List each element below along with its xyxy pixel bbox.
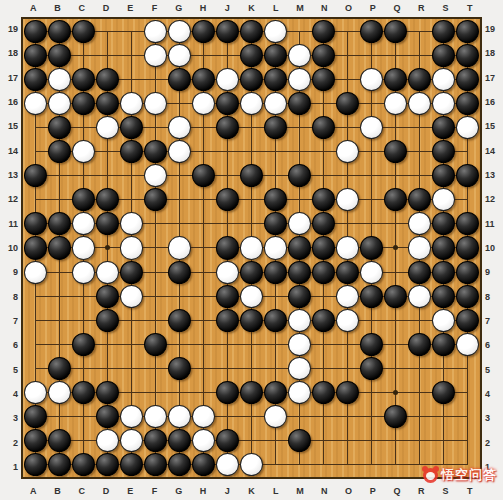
intersection-e3[interactable] — [119, 405, 143, 429]
intersection-l8[interactable] — [264, 284, 288, 308]
intersection-m17[interactable] — [288, 67, 312, 91]
intersection-h10[interactable] — [191, 236, 215, 260]
intersection-j18[interactable] — [215, 43, 239, 67]
intersection-r3[interactable] — [408, 405, 432, 429]
intersection-c6[interactable] — [71, 332, 95, 356]
intersection-h14[interactable] — [191, 140, 215, 164]
intersection-t15[interactable] — [456, 115, 480, 139]
intersection-e6[interactable] — [119, 332, 143, 356]
intersection-p3[interactable] — [360, 405, 384, 429]
intersection-k13[interactable] — [239, 164, 263, 188]
intersection-g4[interactable] — [167, 381, 191, 405]
intersection-r4[interactable] — [408, 381, 432, 405]
intersection-g16[interactable] — [167, 91, 191, 115]
intersection-j6[interactable] — [215, 332, 239, 356]
intersection-l4[interactable] — [264, 381, 288, 405]
intersection-f1[interactable] — [143, 453, 167, 477]
intersection-a12[interactable] — [23, 188, 47, 212]
intersection-f13[interactable] — [143, 164, 167, 188]
intersection-m13[interactable] — [288, 164, 312, 188]
intersection-b9[interactable] — [47, 260, 71, 284]
intersection-m16[interactable] — [288, 91, 312, 115]
intersection-q10[interactable] — [384, 236, 408, 260]
intersection-g3[interactable] — [167, 405, 191, 429]
intersection-j5[interactable] — [215, 356, 239, 380]
intersection-m14[interactable] — [288, 140, 312, 164]
intersection-e4[interactable] — [119, 381, 143, 405]
intersection-o10[interactable] — [336, 236, 360, 260]
intersection-t3[interactable] — [456, 405, 480, 429]
intersection-t17[interactable] — [456, 67, 480, 91]
intersection-b8[interactable] — [47, 284, 71, 308]
intersection-e16[interactable] — [119, 91, 143, 115]
intersection-s8[interactable] — [432, 284, 456, 308]
intersection-l5[interactable] — [264, 356, 288, 380]
intersection-m12[interactable] — [288, 188, 312, 212]
intersection-k8[interactable] — [239, 284, 263, 308]
intersection-j9[interactable] — [215, 260, 239, 284]
intersection-f5[interactable] — [143, 356, 167, 380]
intersection-m18[interactable] — [288, 43, 312, 67]
intersection-r2[interactable] — [408, 429, 432, 453]
intersection-o14[interactable] — [336, 140, 360, 164]
intersection-q18[interactable] — [384, 43, 408, 67]
intersection-j16[interactable] — [215, 91, 239, 115]
intersection-r11[interactable] — [408, 212, 432, 236]
intersection-t14[interactable] — [456, 140, 480, 164]
intersection-p16[interactable] — [360, 91, 384, 115]
intersection-o13[interactable] — [336, 164, 360, 188]
intersection-b3[interactable] — [47, 405, 71, 429]
intersection-e1[interactable] — [119, 453, 143, 477]
intersection-p7[interactable] — [360, 308, 384, 332]
intersection-n8[interactable] — [312, 284, 336, 308]
intersection-s2[interactable] — [432, 429, 456, 453]
intersection-f16[interactable] — [143, 91, 167, 115]
intersection-a10[interactable] — [23, 236, 47, 260]
intersection-t11[interactable] — [456, 212, 480, 236]
intersection-k19[interactable] — [239, 19, 263, 43]
intersection-j8[interactable] — [215, 284, 239, 308]
intersection-d19[interactable] — [95, 19, 119, 43]
intersection-h15[interactable] — [191, 115, 215, 139]
intersection-o18[interactable] — [336, 43, 360, 67]
intersection-g1[interactable] — [167, 453, 191, 477]
intersection-b14[interactable] — [47, 140, 71, 164]
intersection-q17[interactable] — [384, 67, 408, 91]
intersection-n2[interactable] — [312, 429, 336, 453]
intersection-c4[interactable] — [71, 381, 95, 405]
intersection-f6[interactable] — [143, 332, 167, 356]
intersection-t7[interactable] — [456, 308, 480, 332]
intersection-c7[interactable] — [71, 308, 95, 332]
intersection-m4[interactable] — [288, 381, 312, 405]
intersection-k14[interactable] — [239, 140, 263, 164]
intersection-e19[interactable] — [119, 19, 143, 43]
intersection-t19[interactable] — [456, 19, 480, 43]
intersection-o2[interactable] — [336, 429, 360, 453]
intersection-a7[interactable] — [23, 308, 47, 332]
intersection-n19[interactable] — [312, 19, 336, 43]
intersection-c17[interactable] — [71, 67, 95, 91]
intersection-k2[interactable] — [239, 429, 263, 453]
intersection-q19[interactable] — [384, 19, 408, 43]
intersection-o12[interactable] — [336, 188, 360, 212]
intersection-a9[interactable] — [23, 260, 47, 284]
intersection-a2[interactable] — [23, 429, 47, 453]
intersection-d13[interactable] — [95, 164, 119, 188]
intersection-t10[interactable] — [456, 236, 480, 260]
intersection-g13[interactable] — [167, 164, 191, 188]
intersection-l18[interactable] — [264, 43, 288, 67]
intersection-d10[interactable] — [95, 236, 119, 260]
intersection-r9[interactable] — [408, 260, 432, 284]
intersection-b18[interactable] — [47, 43, 71, 67]
intersection-b10[interactable] — [47, 236, 71, 260]
intersection-q16[interactable] — [384, 91, 408, 115]
intersection-n11[interactable] — [312, 212, 336, 236]
intersection-c18[interactable] — [71, 43, 95, 67]
intersection-b12[interactable] — [47, 188, 71, 212]
intersection-t12[interactable] — [456, 188, 480, 212]
intersection-c19[interactable] — [71, 19, 95, 43]
intersection-t16[interactable] — [456, 91, 480, 115]
intersection-b7[interactable] — [47, 308, 71, 332]
intersection-h7[interactable] — [191, 308, 215, 332]
intersection-l6[interactable] — [264, 332, 288, 356]
intersection-q5[interactable] — [384, 356, 408, 380]
intersection-p13[interactable] — [360, 164, 384, 188]
intersection-a4[interactable] — [23, 381, 47, 405]
intersection-d15[interactable] — [95, 115, 119, 139]
intersection-n12[interactable] — [312, 188, 336, 212]
intersection-h17[interactable] — [191, 67, 215, 91]
intersection-a15[interactable] — [23, 115, 47, 139]
intersection-e10[interactable] — [119, 236, 143, 260]
intersection-m3[interactable] — [288, 405, 312, 429]
intersection-a1[interactable] — [23, 453, 47, 477]
intersection-g17[interactable] — [167, 67, 191, 91]
intersection-h19[interactable] — [191, 19, 215, 43]
intersection-f4[interactable] — [143, 381, 167, 405]
intersection-p14[interactable] — [360, 140, 384, 164]
intersection-s7[interactable] — [432, 308, 456, 332]
intersection-f14[interactable] — [143, 140, 167, 164]
intersection-o15[interactable] — [336, 115, 360, 139]
intersection-q1[interactable] — [384, 453, 408, 477]
intersection-l9[interactable] — [264, 260, 288, 284]
intersection-j15[interactable] — [215, 115, 239, 139]
intersection-g15[interactable] — [167, 115, 191, 139]
intersection-t18[interactable] — [456, 43, 480, 67]
intersection-t5[interactable] — [456, 356, 480, 380]
intersection-r8[interactable] — [408, 284, 432, 308]
intersection-r17[interactable] — [408, 67, 432, 91]
intersection-g9[interactable] — [167, 260, 191, 284]
intersection-j4[interactable] — [215, 381, 239, 405]
intersection-e8[interactable] — [119, 284, 143, 308]
intersection-h3[interactable] — [191, 405, 215, 429]
intersection-p1[interactable] — [360, 453, 384, 477]
intersection-r13[interactable] — [408, 164, 432, 188]
intersection-r16[interactable] — [408, 91, 432, 115]
intersection-g7[interactable] — [167, 308, 191, 332]
intersection-r6[interactable] — [408, 332, 432, 356]
intersection-g11[interactable] — [167, 212, 191, 236]
intersection-o1[interactable] — [336, 453, 360, 477]
intersection-f11[interactable] — [143, 212, 167, 236]
intersection-p19[interactable] — [360, 19, 384, 43]
intersection-l1[interactable] — [264, 453, 288, 477]
intersection-f10[interactable] — [143, 236, 167, 260]
intersection-k7[interactable] — [239, 308, 263, 332]
intersection-f7[interactable] — [143, 308, 167, 332]
intersection-h1[interactable] — [191, 453, 215, 477]
intersection-a18[interactable] — [23, 43, 47, 67]
intersection-q13[interactable] — [384, 164, 408, 188]
intersection-t9[interactable] — [456, 260, 480, 284]
intersection-d4[interactable] — [95, 381, 119, 405]
intersection-s5[interactable] — [432, 356, 456, 380]
intersection-o8[interactable] — [336, 284, 360, 308]
intersection-t8[interactable] — [456, 284, 480, 308]
intersection-f17[interactable] — [143, 67, 167, 91]
intersection-s19[interactable] — [432, 19, 456, 43]
intersection-n18[interactable] — [312, 43, 336, 67]
intersection-q2[interactable] — [384, 429, 408, 453]
intersection-s9[interactable] — [432, 260, 456, 284]
intersection-o17[interactable] — [336, 67, 360, 91]
intersection-h4[interactable] — [191, 381, 215, 405]
intersection-s4[interactable] — [432, 381, 456, 405]
intersection-m6[interactable] — [288, 332, 312, 356]
intersection-j3[interactable] — [215, 405, 239, 429]
intersection-b17[interactable] — [47, 67, 71, 91]
intersection-j19[interactable] — [215, 19, 239, 43]
intersection-o4[interactable] — [336, 381, 360, 405]
intersection-h8[interactable] — [191, 284, 215, 308]
intersection-a3[interactable] — [23, 405, 47, 429]
intersection-b19[interactable] — [47, 19, 71, 43]
intersection-g12[interactable] — [167, 188, 191, 212]
intersection-g19[interactable] — [167, 19, 191, 43]
intersection-p2[interactable] — [360, 429, 384, 453]
intersection-j11[interactable] — [215, 212, 239, 236]
intersection-h18[interactable] — [191, 43, 215, 67]
intersection-q14[interactable] — [384, 140, 408, 164]
intersection-o6[interactable] — [336, 332, 360, 356]
intersection-g14[interactable] — [167, 140, 191, 164]
intersection-g18[interactable] — [167, 43, 191, 67]
intersection-b1[interactable] — [47, 453, 71, 477]
intersection-n4[interactable] — [312, 381, 336, 405]
intersection-k16[interactable] — [239, 91, 263, 115]
intersection-q12[interactable] — [384, 188, 408, 212]
intersection-r18[interactable] — [408, 43, 432, 67]
intersection-f12[interactable] — [143, 188, 167, 212]
intersection-f15[interactable] — [143, 115, 167, 139]
intersection-b13[interactable] — [47, 164, 71, 188]
intersection-d12[interactable] — [95, 188, 119, 212]
intersection-q11[interactable] — [384, 212, 408, 236]
intersection-n9[interactable] — [312, 260, 336, 284]
intersection-d18[interactable] — [95, 43, 119, 67]
intersection-j14[interactable] — [215, 140, 239, 164]
intersection-n14[interactable] — [312, 140, 336, 164]
intersection-a14[interactable] — [23, 140, 47, 164]
intersection-l10[interactable] — [264, 236, 288, 260]
intersection-j7[interactable] — [215, 308, 239, 332]
intersection-a16[interactable] — [23, 91, 47, 115]
intersection-e11[interactable] — [119, 212, 143, 236]
intersection-n1[interactable] — [312, 453, 336, 477]
intersection-d8[interactable] — [95, 284, 119, 308]
intersection-f18[interactable] — [143, 43, 167, 67]
intersection-c11[interactable] — [71, 212, 95, 236]
intersection-a13[interactable] — [23, 164, 47, 188]
intersection-q3[interactable] — [384, 405, 408, 429]
intersection-d16[interactable] — [95, 91, 119, 115]
intersection-g5[interactable] — [167, 356, 191, 380]
intersection-m19[interactable] — [288, 19, 312, 43]
intersection-c9[interactable] — [71, 260, 95, 284]
intersection-a5[interactable] — [23, 356, 47, 380]
intersection-k1[interactable] — [239, 453, 263, 477]
intersection-m2[interactable] — [288, 429, 312, 453]
intersection-j2[interactable] — [215, 429, 239, 453]
intersection-h9[interactable] — [191, 260, 215, 284]
intersection-a8[interactable] — [23, 284, 47, 308]
intersection-a11[interactable] — [23, 212, 47, 236]
intersection-p18[interactable] — [360, 43, 384, 67]
intersection-c8[interactable] — [71, 284, 95, 308]
intersection-l15[interactable] — [264, 115, 288, 139]
intersection-d17[interactable] — [95, 67, 119, 91]
intersection-m9[interactable] — [288, 260, 312, 284]
intersection-e15[interactable] — [119, 115, 143, 139]
intersection-n10[interactable] — [312, 236, 336, 260]
intersection-o7[interactable] — [336, 308, 360, 332]
intersection-p17[interactable] — [360, 67, 384, 91]
intersection-d14[interactable] — [95, 140, 119, 164]
intersection-s17[interactable] — [432, 67, 456, 91]
intersection-s13[interactable] — [432, 164, 456, 188]
intersection-p12[interactable] — [360, 188, 384, 212]
intersection-s10[interactable] — [432, 236, 456, 260]
intersection-d7[interactable] — [95, 308, 119, 332]
intersection-b2[interactable] — [47, 429, 71, 453]
intersection-p9[interactable] — [360, 260, 384, 284]
intersection-h2[interactable] — [191, 429, 215, 453]
intersection-t13[interactable] — [456, 164, 480, 188]
intersection-c5[interactable] — [71, 356, 95, 380]
intersection-m5[interactable] — [288, 356, 312, 380]
intersection-b15[interactable] — [47, 115, 71, 139]
intersection-l19[interactable] — [264, 19, 288, 43]
intersection-r19[interactable] — [408, 19, 432, 43]
intersection-l3[interactable] — [264, 405, 288, 429]
intersection-d9[interactable] — [95, 260, 119, 284]
intersection-k11[interactable] — [239, 212, 263, 236]
intersection-k10[interactable] — [239, 236, 263, 260]
intersection-k3[interactable] — [239, 405, 263, 429]
intersection-f8[interactable] — [143, 284, 167, 308]
intersection-b16[interactable] — [47, 91, 71, 115]
intersection-s6[interactable] — [432, 332, 456, 356]
intersection-d2[interactable] — [95, 429, 119, 453]
intersection-k17[interactable] — [239, 67, 263, 91]
intersection-l17[interactable] — [264, 67, 288, 91]
intersection-f3[interactable] — [143, 405, 167, 429]
intersection-r7[interactable] — [408, 308, 432, 332]
intersection-m1[interactable] — [288, 453, 312, 477]
intersection-n16[interactable] — [312, 91, 336, 115]
intersection-o9[interactable] — [336, 260, 360, 284]
intersection-l11[interactable] — [264, 212, 288, 236]
intersection-r10[interactable] — [408, 236, 432, 260]
intersection-g10[interactable] — [167, 236, 191, 260]
intersection-e12[interactable] — [119, 188, 143, 212]
intersection-s3[interactable] — [432, 405, 456, 429]
intersection-d1[interactable] — [95, 453, 119, 477]
intersection-n15[interactable] — [312, 115, 336, 139]
intersection-s11[interactable] — [432, 212, 456, 236]
intersection-o16[interactable] — [336, 91, 360, 115]
intersection-c13[interactable] — [71, 164, 95, 188]
intersection-m10[interactable] — [288, 236, 312, 260]
intersection-b6[interactable] — [47, 332, 71, 356]
intersection-n6[interactable] — [312, 332, 336, 356]
intersection-p10[interactable] — [360, 236, 384, 260]
intersection-s16[interactable] — [432, 91, 456, 115]
intersection-k6[interactable] — [239, 332, 263, 356]
intersection-e9[interactable] — [119, 260, 143, 284]
intersection-r5[interactable] — [408, 356, 432, 380]
intersection-l2[interactable] — [264, 429, 288, 453]
intersection-o3[interactable] — [336, 405, 360, 429]
intersection-l16[interactable] — [264, 91, 288, 115]
intersection-m7[interactable] — [288, 308, 312, 332]
intersection-f9[interactable] — [143, 260, 167, 284]
intersection-m15[interactable] — [288, 115, 312, 139]
intersection-n3[interactable] — [312, 405, 336, 429]
intersection-e13[interactable] — [119, 164, 143, 188]
intersection-h11[interactable] — [191, 212, 215, 236]
intersection-d5[interactable] — [95, 356, 119, 380]
intersection-h16[interactable] — [191, 91, 215, 115]
intersection-j13[interactable] — [215, 164, 239, 188]
intersection-c15[interactable] — [71, 115, 95, 139]
intersection-p15[interactable] — [360, 115, 384, 139]
intersection-b11[interactable] — [47, 212, 71, 236]
intersection-p11[interactable] — [360, 212, 384, 236]
intersection-k15[interactable] — [239, 115, 263, 139]
intersection-d3[interactable] — [95, 405, 119, 429]
intersection-b4[interactable] — [47, 381, 71, 405]
intersection-c1[interactable] — [71, 453, 95, 477]
intersection-q4[interactable] — [384, 381, 408, 405]
intersection-c14[interactable] — [71, 140, 95, 164]
intersection-n5[interactable] — [312, 356, 336, 380]
intersection-e14[interactable] — [119, 140, 143, 164]
intersection-l14[interactable] — [264, 140, 288, 164]
intersection-j17[interactable] — [215, 67, 239, 91]
intersection-p4[interactable] — [360, 381, 384, 405]
intersection-s14[interactable] — [432, 140, 456, 164]
intersection-r14[interactable] — [408, 140, 432, 164]
intersection-k12[interactable] — [239, 188, 263, 212]
intersection-l13[interactable] — [264, 164, 288, 188]
